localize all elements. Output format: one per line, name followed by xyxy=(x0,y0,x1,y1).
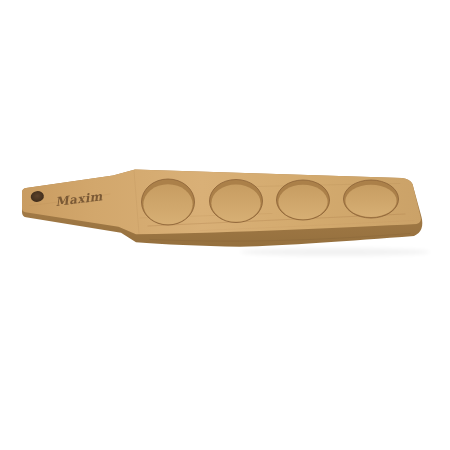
product-photo: Maxim xyxy=(0,0,450,450)
floor-shadow xyxy=(240,248,430,256)
recess-4 xyxy=(344,180,399,218)
paddle-illustration: Maxim xyxy=(0,0,450,450)
recess-1 xyxy=(142,179,195,225)
recess-2 xyxy=(210,180,263,223)
recess-3 xyxy=(277,180,330,220)
